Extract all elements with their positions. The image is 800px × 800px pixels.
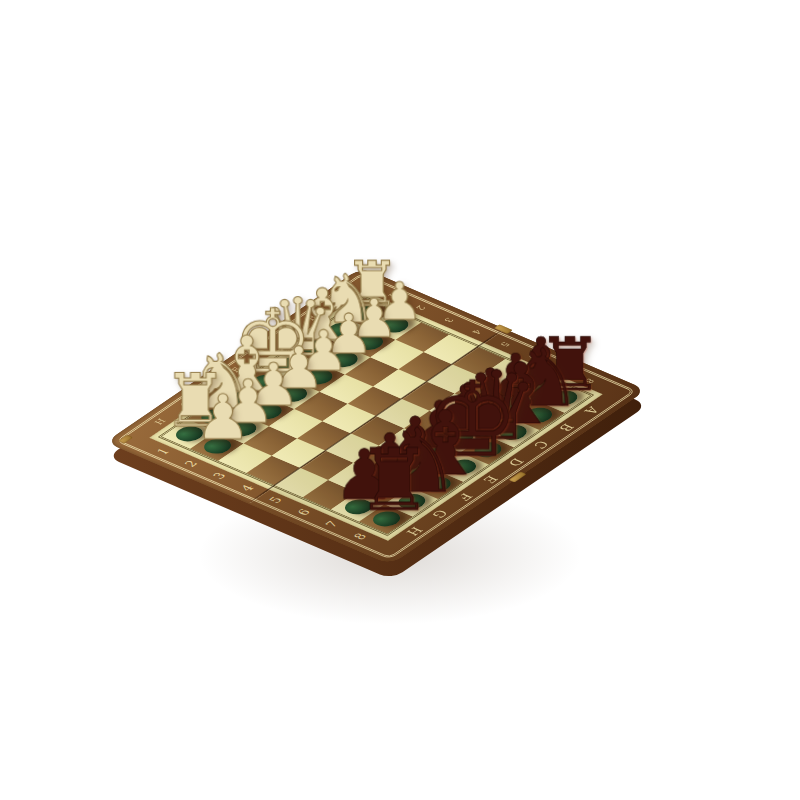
chess-piece-glyph: ♟ [163,387,283,449]
product-photo-scene: ♜♞♝♚♛♝♞♜♟♟♟♟♟♟♟♟♟♟♟♟♟♟♟♟♜♞♝♚♛♝♞♜ 1122334… [0,0,800,800]
square-h8[interactable]: ♜ [359,504,412,533]
chess-piece-glyph: ♜ [334,438,454,523]
